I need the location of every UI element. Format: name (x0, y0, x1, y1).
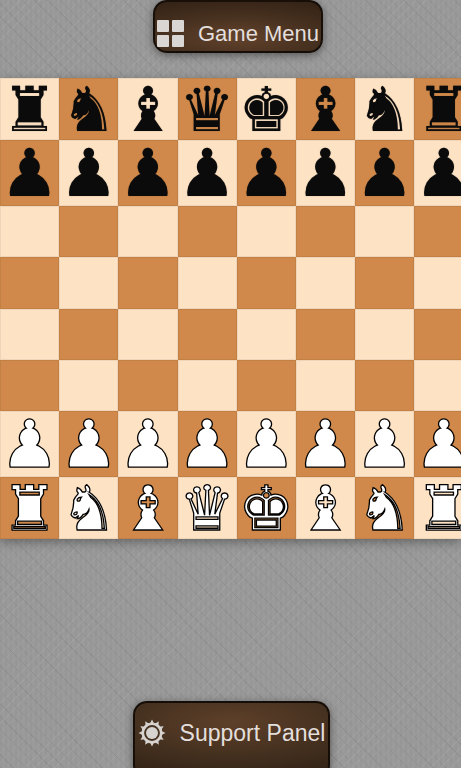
black-knight[interactable]: ♞ (357, 79, 413, 141)
black-bishop[interactable]: ♝ (120, 79, 176, 141)
black-rook[interactable]: ♜ (416, 79, 461, 141)
square-g6[interactable] (355, 206, 414, 257)
sun-gear-icon (138, 719, 166, 747)
square-e7[interactable]: ♟ (237, 140, 296, 206)
square-c5[interactable] (118, 257, 177, 308)
square-a7[interactable]: ♟ (0, 140, 59, 206)
chess-board: ♜♞♝♛♚♝♞♜♟♟♟♟♟♟♟♟♟♟♟♟♟♟♟♟♜♞♝♛♚♝♞♜ (0, 78, 461, 539)
black-pawn[interactable]: ♟ (178, 141, 237, 207)
square-a5[interactable] (0, 257, 59, 308)
square-a6[interactable] (0, 206, 59, 257)
square-f8[interactable]: ♝ (296, 78, 355, 140)
square-h6[interactable] (414, 206, 461, 257)
square-f2[interactable]: ♟ (296, 411, 355, 477)
square-e5[interactable] (237, 257, 296, 308)
square-b3[interactable] (59, 360, 118, 411)
black-bishop[interactable]: ♝ (298, 79, 354, 141)
white-pawn[interactable]: ♟ (296, 412, 355, 478)
square-e4[interactable] (237, 309, 296, 360)
square-c6[interactable] (118, 206, 177, 257)
support-panel-button[interactable]: Support Panel (133, 701, 330, 768)
square-b2[interactable]: ♟ (59, 411, 118, 477)
square-b6[interactable] (59, 206, 118, 257)
square-f7[interactable]: ♟ (296, 140, 355, 206)
black-pawn[interactable]: ♟ (355, 141, 414, 207)
square-h4[interactable] (414, 309, 461, 360)
white-pawn[interactable]: ♟ (178, 412, 237, 478)
black-pawn[interactable]: ♟ (59, 141, 118, 207)
square-d8[interactable]: ♛ (178, 78, 237, 140)
square-d6[interactable] (178, 206, 237, 257)
square-c7[interactable]: ♟ (118, 140, 177, 206)
square-a2[interactable]: ♟ (0, 411, 59, 477)
square-e1[interactable]: ♚ (237, 477, 296, 539)
square-h8[interactable]: ♜ (414, 78, 461, 140)
game-menu-button[interactable]: Game Menu (153, 0, 323, 53)
square-e6[interactable] (237, 206, 296, 257)
square-c4[interactable] (118, 309, 177, 360)
white-bishop[interactable]: ♝ (120, 478, 176, 540)
square-d7[interactable]: ♟ (178, 140, 237, 206)
square-h2[interactable]: ♟ (414, 411, 461, 477)
square-g4[interactable] (355, 309, 414, 360)
square-d2[interactable]: ♟ (178, 411, 237, 477)
square-a8[interactable]: ♜ (0, 78, 59, 140)
white-pawn[interactable]: ♟ (0, 412, 59, 478)
square-f6[interactable] (296, 206, 355, 257)
white-pawn[interactable]: ♟ (59, 412, 118, 478)
square-f3[interactable] (296, 360, 355, 411)
square-c2[interactable]: ♟ (118, 411, 177, 477)
square-d5[interactable] (178, 257, 237, 308)
white-queen[interactable]: ♛ (179, 478, 235, 540)
square-e2[interactable]: ♟ (237, 411, 296, 477)
square-b5[interactable] (59, 257, 118, 308)
grid-menu-icon (157, 20, 184, 47)
black-pawn[interactable]: ♟ (0, 141, 59, 207)
square-g3[interactable] (355, 360, 414, 411)
square-h5[interactable] (414, 257, 461, 308)
white-pawn[interactable]: ♟ (237, 412, 296, 478)
square-g5[interactable] (355, 257, 414, 308)
square-a4[interactable] (0, 309, 59, 360)
square-g2[interactable]: ♟ (355, 411, 414, 477)
square-c1[interactable]: ♝ (118, 477, 177, 539)
square-g1[interactable]: ♞ (355, 477, 414, 539)
square-h1[interactable]: ♜ (414, 477, 461, 539)
square-e3[interactable] (237, 360, 296, 411)
square-f4[interactable] (296, 309, 355, 360)
black-knight[interactable]: ♞ (61, 79, 117, 141)
square-f1[interactable]: ♝ (296, 477, 355, 539)
support-panel-label: Support Panel (180, 720, 326, 747)
white-pawn[interactable]: ♟ (355, 412, 414, 478)
white-king[interactable]: ♚ (238, 478, 294, 540)
square-h7[interactable]: ♟ (414, 140, 461, 206)
black-queen[interactable]: ♛ (179, 79, 235, 141)
square-a3[interactable] (0, 360, 59, 411)
white-rook[interactable]: ♜ (416, 478, 461, 540)
white-pawn[interactable]: ♟ (414, 412, 461, 478)
square-d3[interactable] (178, 360, 237, 411)
white-knight[interactable]: ♞ (61, 478, 117, 540)
square-b8[interactable]: ♞ (59, 78, 118, 140)
white-pawn[interactable]: ♟ (118, 412, 177, 478)
black-pawn[interactable]: ♟ (296, 141, 355, 207)
white-knight[interactable]: ♞ (357, 478, 413, 540)
game-menu-label: Game Menu (198, 21, 319, 47)
square-e8[interactable]: ♚ (237, 78, 296, 140)
square-g7[interactable]: ♟ (355, 140, 414, 206)
square-a1[interactable]: ♜ (0, 477, 59, 539)
square-g8[interactable]: ♞ (355, 78, 414, 140)
square-b7[interactable]: ♟ (59, 140, 118, 206)
square-c3[interactable] (118, 360, 177, 411)
black-pawn[interactable]: ♟ (237, 141, 296, 207)
white-rook[interactable]: ♜ (2, 478, 58, 540)
square-c8[interactable]: ♝ (118, 78, 177, 140)
square-h3[interactable] (414, 360, 461, 411)
square-b1[interactable]: ♞ (59, 477, 118, 539)
black-pawn[interactable]: ♟ (118, 141, 177, 207)
square-d4[interactable] (178, 309, 237, 360)
black-king[interactable]: ♚ (238, 79, 294, 141)
white-bishop[interactable]: ♝ (298, 478, 354, 540)
black-rook[interactable]: ♜ (2, 79, 58, 141)
square-d1[interactable]: ♛ (178, 477, 237, 539)
black-pawn[interactable]: ♟ (414, 141, 461, 207)
square-b4[interactable] (59, 309, 118, 360)
square-f5[interactable] (296, 257, 355, 308)
